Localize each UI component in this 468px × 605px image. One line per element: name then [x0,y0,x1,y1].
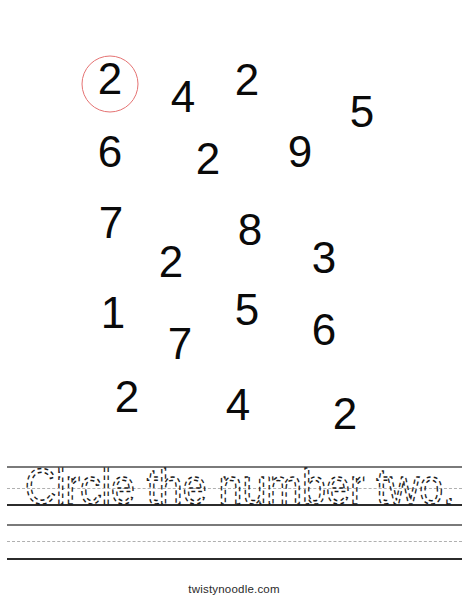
numbers-area: 242562978231567242 [0,0,468,455]
number-9[interactable]: 9 [288,130,312,174]
number-2[interactable]: 2 [159,240,183,284]
practice-line-bottom[interactable] [7,558,462,560]
number-5[interactable]: 5 [350,90,374,134]
site-credit: twistynoodle.com [0,583,468,595]
number-3[interactable]: 3 [312,236,336,280]
number-2[interactable]: 2 [333,392,357,436]
traced-title: Circle the number two. [0,450,468,512]
number-1[interactable]: 1 [101,291,125,335]
number-7[interactable]: 7 [168,322,192,366]
number-8[interactable]: 8 [238,208,262,252]
number-6[interactable]: 6 [98,130,122,174]
number-4[interactable]: 4 [171,75,195,119]
number-2[interactable]: 2 [235,58,259,102]
traced-title-text: Circle the number two. [25,459,455,512]
practice-line-middle[interactable] [7,541,462,542]
number-2[interactable]: 2 [115,375,139,419]
practice-line-top[interactable] [7,524,462,526]
number-2-circled[interactable]: 2 [98,57,122,101]
number-4[interactable]: 4 [226,383,250,427]
worksheet-page: 242562978231567242 Circle the number two… [0,0,468,605]
number-5[interactable]: 5 [235,288,259,332]
number-7[interactable]: 7 [99,201,123,245]
number-2[interactable]: 2 [196,137,220,181]
number-6[interactable]: 6 [312,308,336,352]
